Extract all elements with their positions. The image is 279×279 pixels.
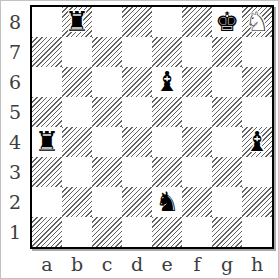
rank-labels: 87654321 <box>3 7 27 247</box>
square-h6[interactable] <box>242 67 272 97</box>
file-label-a: a <box>32 250 62 277</box>
square-g1[interactable] <box>212 217 242 247</box>
square-d6[interactable] <box>122 67 152 97</box>
square-a4[interactable]: ♜ <box>32 127 62 157</box>
square-a3[interactable] <box>32 157 62 187</box>
square-f2[interactable] <box>182 187 212 217</box>
square-e2[interactable]: ♞ <box>152 187 182 217</box>
square-g4[interactable] <box>212 127 242 157</box>
square-h4[interactable]: ♝ <box>242 127 272 157</box>
square-g2[interactable] <box>212 187 242 217</box>
square-b3[interactable] <box>62 157 92 187</box>
square-d5[interactable] <box>122 97 152 127</box>
square-c2[interactable] <box>92 187 122 217</box>
square-b1[interactable] <box>62 217 92 247</box>
rank-label-4: 4 <box>3 127 27 157</box>
file-label-h: h <box>242 250 272 277</box>
black-rook[interactable]: ♜ <box>65 7 89 37</box>
square-a6[interactable] <box>32 67 62 97</box>
square-b2[interactable] <box>62 187 92 217</box>
black-knight[interactable]: ♞ <box>155 187 179 217</box>
rank-label-3: 3 <box>3 157 27 187</box>
square-d8[interactable] <box>122 7 152 37</box>
square-b7[interactable] <box>62 37 92 67</box>
square-e6[interactable]: ♝ <box>152 67 182 97</box>
rank-label-1: 1 <box>3 217 27 247</box>
black-rook[interactable]: ♜ <box>35 127 59 157</box>
square-a8[interactable] <box>32 7 62 37</box>
file-label-e: e <box>152 250 182 277</box>
square-f1[interactable] <box>182 217 212 247</box>
square-b6[interactable] <box>62 67 92 97</box>
square-a1[interactable] <box>32 217 62 247</box>
square-e5[interactable] <box>152 97 182 127</box>
square-b4[interactable] <box>62 127 92 157</box>
square-h7[interactable] <box>242 37 272 67</box>
square-h1[interactable] <box>242 217 272 247</box>
square-d4[interactable] <box>122 127 152 157</box>
file-label-d: d <box>122 250 152 277</box>
square-b8[interactable]: ♜ <box>62 7 92 37</box>
square-c4[interactable] <box>92 127 122 157</box>
square-f4[interactable] <box>182 127 212 157</box>
file-labels: abcdefgh <box>32 250 272 277</box>
square-f6[interactable] <box>182 67 212 97</box>
square-g8[interactable]: ♚ <box>212 7 242 37</box>
square-f3[interactable] <box>182 157 212 187</box>
black-bishop[interactable]: ♝ <box>245 127 269 157</box>
square-f5[interactable] <box>182 97 212 127</box>
square-e7[interactable] <box>152 37 182 67</box>
black-bishop[interactable]: ♝ <box>155 67 179 97</box>
square-a5[interactable] <box>32 97 62 127</box>
rank-label-7: 7 <box>3 37 27 67</box>
square-e1[interactable] <box>152 217 182 247</box>
square-a7[interactable] <box>32 37 62 67</box>
square-g3[interactable] <box>212 157 242 187</box>
chess-board: ♜♚♞♘♝♜♝♞ <box>30 5 274 249</box>
square-e4[interactable] <box>152 127 182 157</box>
square-c1[interactable] <box>92 217 122 247</box>
white-knight-outline: ♘ <box>245 6 269 37</box>
square-h2[interactable] <box>242 187 272 217</box>
square-g7[interactable] <box>212 37 242 67</box>
file-label-g: g <box>212 250 242 277</box>
square-b5[interactable] <box>62 97 92 127</box>
square-d7[interactable] <box>122 37 152 67</box>
file-label-c: c <box>92 250 122 277</box>
square-c7[interactable] <box>92 37 122 67</box>
square-c5[interactable] <box>92 97 122 127</box>
rank-label-8: 8 <box>3 7 27 37</box>
square-a2[interactable] <box>32 187 62 217</box>
file-label-b: b <box>62 250 92 277</box>
chess-diagram: 87654321 ♜♚♞♘♝♜♝♞ abcdefgh <box>0 0 279 279</box>
square-h8[interactable]: ♞♘ <box>242 7 272 37</box>
square-c6[interactable] <box>92 67 122 97</box>
square-f8[interactable] <box>182 7 212 37</box>
square-f7[interactable] <box>182 37 212 67</box>
square-h3[interactable] <box>242 157 272 187</box>
square-e8[interactable] <box>152 7 182 37</box>
rank-label-5: 5 <box>3 97 27 127</box>
rank-label-6: 6 <box>3 67 27 97</box>
square-e3[interactable] <box>152 157 182 187</box>
square-h5[interactable] <box>242 97 272 127</box>
square-d3[interactable] <box>122 157 152 187</box>
black-king[interactable]: ♚ <box>215 7 239 37</box>
square-d1[interactable] <box>122 217 152 247</box>
square-g6[interactable] <box>212 67 242 97</box>
rank-label-2: 2 <box>3 187 27 217</box>
square-c3[interactable] <box>92 157 122 187</box>
file-label-f: f <box>182 250 212 277</box>
square-c8[interactable] <box>92 7 122 37</box>
square-g5[interactable] <box>212 97 242 127</box>
square-d2[interactable] <box>122 187 152 217</box>
white-knight[interactable]: ♞♘ <box>245 7 269 37</box>
